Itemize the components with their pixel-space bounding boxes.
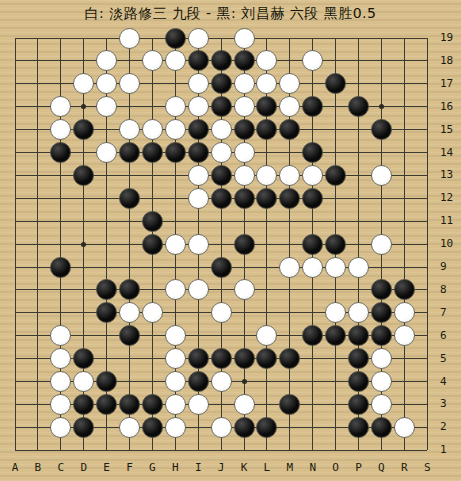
stone-white — [211, 119, 232, 140]
stone-black — [119, 279, 140, 300]
stone-white — [234, 165, 255, 186]
coordinate-column-label: A — [5, 461, 25, 474]
stone-white — [165, 371, 186, 392]
coordinate-column-label: I — [188, 461, 208, 474]
game-title: 白: 淡路修三 九段 - 黑: 刘昌赫 六段 黑胜0.5 — [0, 3, 461, 23]
coordinate-row-label: 13 — [440, 168, 460, 181]
stone-black — [73, 165, 94, 186]
stone-white — [371, 234, 392, 255]
stone-black — [188, 371, 209, 392]
star-point — [379, 104, 384, 109]
stone-black — [325, 73, 346, 94]
stone-white — [348, 302, 369, 323]
coordinate-column-label: S — [417, 461, 437, 474]
stone-black — [188, 348, 209, 369]
stone-white — [165, 325, 186, 346]
stone-white — [394, 417, 415, 438]
stone-black — [211, 73, 232, 94]
stone-white — [50, 348, 71, 369]
stone-black — [142, 394, 163, 415]
grid-line-horizontal — [15, 450, 427, 451]
coordinate-row-label: 10 — [440, 237, 460, 250]
stone-black — [142, 417, 163, 438]
stone-white — [73, 73, 94, 94]
stone-white — [165, 394, 186, 415]
stone-white — [325, 302, 346, 323]
stone-black — [119, 142, 140, 163]
coordinate-column-label: B — [28, 461, 48, 474]
stone-black — [165, 142, 186, 163]
stone-white — [142, 302, 163, 323]
stone-white — [256, 50, 277, 71]
stone-white — [302, 165, 323, 186]
coordinate-row-label: 7 — [440, 306, 460, 319]
stone-white — [188, 279, 209, 300]
stone-white — [119, 119, 140, 140]
coordinate-column-label: D — [74, 461, 94, 474]
stone-black — [234, 348, 255, 369]
stone-white — [188, 96, 209, 117]
stone-white — [302, 257, 323, 278]
stone-white — [96, 73, 117, 94]
stone-black — [234, 50, 255, 71]
stone-white — [165, 417, 186, 438]
coordinate-column-label: Q — [371, 461, 391, 474]
stone-black — [325, 165, 346, 186]
star-point — [81, 242, 86, 247]
stone-white — [50, 119, 71, 140]
stone-white — [234, 73, 255, 94]
stone-white — [188, 165, 209, 186]
coordinate-row-label: 14 — [440, 146, 460, 159]
coordinate-row-label: 9 — [440, 260, 460, 273]
stone-white — [50, 417, 71, 438]
stone-white — [234, 28, 255, 49]
stone-black — [211, 50, 232, 71]
coordinate-column-label: P — [349, 461, 369, 474]
coordinate-row-label: 19 — [440, 31, 460, 44]
star-point — [81, 104, 86, 109]
stone-white — [394, 325, 415, 346]
coordinate-row-label: 6 — [440, 329, 460, 342]
coordinate-column-label: R — [394, 461, 414, 474]
stone-black — [73, 417, 94, 438]
stone-white — [96, 96, 117, 117]
coordinate-column-label: G — [142, 461, 162, 474]
stone-black — [50, 142, 71, 163]
stone-white — [279, 257, 300, 278]
stone-black — [211, 188, 232, 209]
stone-black — [348, 325, 369, 346]
coordinate-row-label: 8 — [440, 283, 460, 296]
stone-black — [371, 119, 392, 140]
stone-black — [234, 417, 255, 438]
go-kifu-diagram: 白: 淡路修三 九段 - 黑: 刘昌赫 六段 黑胜0.5 ABCDEFGHIJK… — [0, 0, 461, 481]
grid-line-vertical — [404, 38, 405, 450]
coordinate-row-label: 3 — [440, 397, 460, 410]
coordinate-column-label: O — [326, 461, 346, 474]
stone-white — [142, 119, 163, 140]
coordinate-row-label: 4 — [440, 375, 460, 388]
stone-black — [50, 257, 71, 278]
stone-white — [165, 348, 186, 369]
coordinate-row-label: 17 — [440, 77, 460, 90]
stone-black — [302, 234, 323, 255]
stone-white — [50, 394, 71, 415]
coordinate-row-label: 5 — [440, 352, 460, 365]
coordinate-column-label: F — [120, 461, 140, 474]
stone-black — [371, 302, 392, 323]
coordinate-row-label: 18 — [440, 54, 460, 67]
stone-white — [211, 142, 232, 163]
stone-black — [256, 96, 277, 117]
stone-black — [348, 96, 369, 117]
stone-white — [256, 165, 277, 186]
coordinate-column-label: C — [51, 461, 71, 474]
coordinate-column-label: N — [303, 461, 323, 474]
stone-white — [119, 302, 140, 323]
stone-black — [348, 417, 369, 438]
stone-black — [302, 142, 323, 163]
stone-white — [279, 73, 300, 94]
stone-black — [73, 348, 94, 369]
coordinate-row-label: 11 — [440, 214, 460, 227]
stone-white — [165, 50, 186, 71]
stone-black — [234, 119, 255, 140]
stone-black — [256, 119, 277, 140]
stone-white — [279, 165, 300, 186]
stone-black — [73, 119, 94, 140]
coordinate-row-label: 15 — [440, 123, 460, 136]
stone-white — [211, 302, 232, 323]
stone-white — [188, 394, 209, 415]
coordinate-row-label: 1 — [440, 443, 460, 456]
coordinate-column-label: K — [234, 461, 254, 474]
stone-black — [302, 96, 323, 117]
stone-white — [256, 325, 277, 346]
coordinate-column-label: E — [97, 461, 117, 474]
coordinate-row-label: 16 — [440, 100, 460, 113]
stone-black — [371, 417, 392, 438]
stone-black — [211, 348, 232, 369]
stone-white — [188, 234, 209, 255]
stone-black — [142, 211, 163, 232]
stone-white — [165, 279, 186, 300]
stone-black — [302, 188, 323, 209]
stone-white — [188, 28, 209, 49]
stone-black — [371, 325, 392, 346]
stone-white — [279, 96, 300, 117]
stone-black — [142, 142, 163, 163]
stone-black — [348, 348, 369, 369]
stone-black — [394, 279, 415, 300]
stone-white — [119, 28, 140, 49]
stone-white — [325, 257, 346, 278]
stone-black — [211, 257, 232, 278]
stone-white — [371, 165, 392, 186]
stone-black — [234, 234, 255, 255]
stone-black — [256, 348, 277, 369]
stone-black — [325, 234, 346, 255]
stone-white — [234, 96, 255, 117]
star-point — [242, 379, 247, 384]
stone-black — [165, 28, 186, 49]
stone-black — [142, 234, 163, 255]
stone-black — [188, 119, 209, 140]
stone-white — [188, 188, 209, 209]
stone-white — [211, 417, 232, 438]
stone-white — [371, 348, 392, 369]
stone-black — [96, 279, 117, 300]
stone-white — [234, 142, 255, 163]
stone-black — [256, 188, 277, 209]
stone-white — [165, 96, 186, 117]
stone-black — [371, 279, 392, 300]
stone-black — [211, 96, 232, 117]
stone-black — [96, 302, 117, 323]
stone-black — [256, 417, 277, 438]
coordinate-row-label: 12 — [440, 191, 460, 204]
stone-black — [325, 325, 346, 346]
stone-white — [165, 234, 186, 255]
coordinate-column-label: H — [165, 461, 185, 474]
stone-white — [50, 325, 71, 346]
stone-white — [234, 279, 255, 300]
stone-black — [234, 188, 255, 209]
stone-white — [73, 371, 94, 392]
stone-white — [394, 302, 415, 323]
stone-white — [256, 73, 277, 94]
stone-black — [302, 325, 323, 346]
coordinate-column-label: L — [257, 461, 277, 474]
stone-black — [279, 119, 300, 140]
stone-white — [96, 50, 117, 71]
stone-black — [279, 348, 300, 369]
stone-white — [211, 371, 232, 392]
stone-white — [142, 50, 163, 71]
stone-black — [73, 394, 94, 415]
stone-black — [188, 50, 209, 71]
stone-white — [50, 96, 71, 117]
stone-black — [119, 188, 140, 209]
stone-black — [211, 165, 232, 186]
stone-white — [302, 50, 323, 71]
stone-black — [96, 394, 117, 415]
stone-white — [119, 417, 140, 438]
stone-white — [371, 394, 392, 415]
stone-black — [96, 371, 117, 392]
stone-black — [279, 394, 300, 415]
stone-white — [96, 142, 117, 163]
stone-white — [371, 371, 392, 392]
coordinate-column-label: M — [280, 461, 300, 474]
stone-white — [165, 119, 186, 140]
stone-white — [348, 257, 369, 278]
coordinate-column-label: J — [211, 461, 231, 474]
grid-line-horizontal — [15, 289, 427, 290]
stone-white — [119, 73, 140, 94]
coordinate-row-label: 2 — [440, 420, 460, 433]
stone-black — [188, 142, 209, 163]
grid-line-vertical — [427, 38, 428, 450]
stone-black — [119, 325, 140, 346]
stone-black — [348, 394, 369, 415]
stone-black — [119, 394, 140, 415]
stone-black — [348, 371, 369, 392]
stone-white — [234, 394, 255, 415]
stone-white — [50, 371, 71, 392]
stone-white — [188, 73, 209, 94]
stone-black — [279, 188, 300, 209]
